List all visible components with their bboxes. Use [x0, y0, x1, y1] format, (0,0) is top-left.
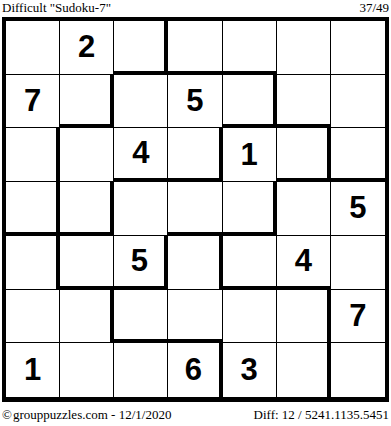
cell-r5c1[interactable]	[6, 236, 60, 290]
cell-r1c7[interactable]	[331, 21, 385, 75]
difficulty-label: Diff: 12 / 5241.1135.5451	[254, 407, 389, 422]
cell-r1c3[interactable]	[114, 21, 168, 75]
cell-r1c1[interactable]	[6, 21, 60, 75]
cell-r7c5: 3	[223, 343, 277, 397]
puzzle-title: Difficult "Sudoku-7"	[2, 0, 111, 15]
cell-r6c6[interactable]	[277, 290, 331, 344]
header: Difficult "Sudoku-7" 37/49	[2, 0, 389, 16]
cell-r4c4[interactable]	[168, 182, 222, 236]
source-text: grouppuzzles.com - 12/1/2020	[13, 407, 172, 422]
cell-r7c4: 6	[168, 343, 222, 397]
cell-r4c1[interactable]	[6, 182, 60, 236]
footer: ©grouppuzzles.com - 12/1/2020 Diff: 12 /…	[2, 407, 389, 424]
copyright-icon: ©	[2, 407, 12, 422]
cell-r2c1: 7	[6, 75, 60, 129]
cell-r2c4: 5	[168, 75, 222, 129]
cell-r5c7[interactable]	[331, 236, 385, 290]
cell-r6c1[interactable]	[6, 290, 60, 344]
cell-r5c3: 5	[114, 236, 168, 290]
cell-r6c5[interactable]	[223, 290, 277, 344]
cell-r7c7[interactable]	[331, 343, 385, 397]
cell-r2c7[interactable]	[331, 75, 385, 129]
cell-r4c7: 5	[331, 182, 385, 236]
cell-r1c4[interactable]	[168, 21, 222, 75]
cell-r1c2: 2	[60, 21, 114, 75]
cell-r1c5[interactable]	[223, 21, 277, 75]
cell-r2c6[interactable]	[277, 75, 331, 129]
cell-r6c3[interactable]	[114, 290, 168, 344]
cell-r6c2[interactable]	[60, 290, 114, 344]
footer-source: ©grouppuzzles.com - 12/1/2020	[2, 407, 171, 422]
cell-r5c5[interactable]	[223, 236, 277, 290]
cell-r5c2[interactable]	[60, 236, 114, 290]
cell-r3c4[interactable]	[168, 128, 222, 182]
cell-r2c5[interactable]	[223, 75, 277, 129]
cell-r6c7: 7	[331, 290, 385, 344]
cell-r7c1: 1	[6, 343, 60, 397]
puzzle-page: Difficult "Sudoku-7" 37/49 275415547163 …	[0, 0, 391, 426]
cell-r7c2[interactable]	[60, 343, 114, 397]
cell-r4c6[interactable]	[277, 182, 331, 236]
cell-r2c2[interactable]	[60, 75, 114, 129]
cell-r4c5[interactable]	[223, 182, 277, 236]
progress-counter: 37/49	[359, 0, 389, 15]
cell-r3c7[interactable]	[331, 128, 385, 182]
cell-r3c2[interactable]	[60, 128, 114, 182]
cell-r5c6: 4	[277, 236, 331, 290]
cell-r6c4[interactable]	[168, 290, 222, 344]
cell-r1c6[interactable]	[277, 21, 331, 75]
cell-r2c3[interactable]	[114, 75, 168, 129]
cell-r3c5: 1	[223, 128, 277, 182]
cell-r4c2[interactable]	[60, 182, 114, 236]
cell-r5c4[interactable]	[168, 236, 222, 290]
sudoku-board: 275415547163	[2, 17, 389, 402]
cell-r3c1[interactable]	[6, 128, 60, 182]
cell-r3c6[interactable]	[277, 128, 331, 182]
cell-r7c3[interactable]	[114, 343, 168, 397]
cell-r3c3: 4	[114, 128, 168, 182]
cell-r7c6[interactable]	[277, 343, 331, 397]
cell-r4c3[interactable]	[114, 182, 168, 236]
